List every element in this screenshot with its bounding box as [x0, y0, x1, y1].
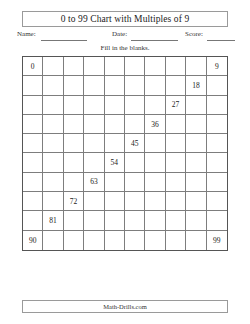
grid-cell-blank[interactable]: [207, 134, 227, 153]
grid-cell-blank[interactable]: [84, 231, 104, 250]
grid-cell-given: 90: [23, 231, 43, 250]
grid-cell-blank[interactable]: [84, 57, 104, 76]
grid-cell-blank[interactable]: [125, 211, 145, 230]
grid-cell-blank[interactable]: [43, 173, 63, 192]
grid-cell-blank[interactable]: [43, 231, 63, 250]
grid-cell-blank[interactable]: [207, 76, 227, 95]
grid-cell-blank[interactable]: [166, 173, 186, 192]
grid-cell-blank[interactable]: [166, 192, 186, 211]
grid-cell-blank[interactable]: [64, 115, 84, 134]
grid-cell-blank[interactable]: [23, 115, 43, 134]
grid-cell-blank[interactable]: [64, 96, 84, 115]
grid-cell-given: 72: [64, 192, 84, 211]
grid-cell-blank[interactable]: [84, 211, 104, 230]
grid-cell-blank[interactable]: [125, 57, 145, 76]
grid-cell-given: 63: [84, 173, 104, 192]
grid-cell-blank[interactable]: [43, 76, 63, 95]
grid-cell-blank[interactable]: [84, 76, 104, 95]
grid-cell-blank[interactable]: [207, 115, 227, 134]
grid-cell-blank[interactable]: [64, 173, 84, 192]
grid-cell-blank[interactable]: [166, 134, 186, 153]
grid-cell-blank[interactable]: [105, 134, 125, 153]
grid-cell-blank[interactable]: [166, 231, 186, 250]
footer-text: Math-Drills.com: [103, 303, 147, 310]
grid-cell-blank[interactable]: [125, 173, 145, 192]
grid-cell-blank[interactable]: [23, 134, 43, 153]
grid-cell-blank[interactable]: [186, 192, 206, 211]
grid-cell-given: 81: [43, 211, 63, 230]
grid-cell-blank[interactable]: [105, 173, 125, 192]
footer-box: Math-Drills.com: [22, 300, 228, 313]
grid-cell-blank[interactable]: [43, 115, 63, 134]
grid-cell-blank[interactable]: [186, 96, 206, 115]
grid-cell-blank[interactable]: [23, 153, 43, 172]
grid-cell-blank[interactable]: [166, 76, 186, 95]
page-title: 0 to 99 Chart with Multiples of 9: [61, 14, 190, 24]
grid-cell-blank[interactable]: [43, 134, 63, 153]
grid-cell-blank[interactable]: [186, 115, 206, 134]
grid-cell-blank[interactable]: [207, 96, 227, 115]
grid-cell-blank[interactable]: [23, 192, 43, 211]
grid-cell-blank[interactable]: [207, 211, 227, 230]
grid-cell-blank[interactable]: [84, 115, 104, 134]
grid-cell-blank[interactable]: [84, 192, 104, 211]
grid-cell-blank[interactable]: [64, 211, 84, 230]
grid-cell-blank[interactable]: [64, 76, 84, 95]
grid-cell-blank[interactable]: [43, 57, 63, 76]
grid-cell-given: 54: [105, 153, 125, 172]
grid-cell-blank[interactable]: [125, 115, 145, 134]
grid-cell-blank[interactable]: [105, 231, 125, 250]
name-input-line[interactable]: [41, 33, 87, 41]
grid-cell-blank[interactable]: [64, 134, 84, 153]
grid-cell-blank[interactable]: [105, 192, 125, 211]
grid-cell-blank[interactable]: [207, 153, 227, 172]
grid-cell-given: 0: [23, 57, 43, 76]
grid-cell-blank[interactable]: [64, 57, 84, 76]
grid-cell-given: 45: [125, 134, 145, 153]
grid-cell-blank[interactable]: [186, 57, 206, 76]
grid-cell-blank[interactable]: [84, 153, 104, 172]
chart-grid: 0918273645546372819099: [22, 56, 228, 251]
grid-cell-blank[interactable]: [43, 96, 63, 115]
grid-cell-given: 99: [207, 231, 227, 250]
name-label: Name:: [17, 30, 36, 38]
date-input-line[interactable]: [131, 33, 178, 41]
title-box: 0 to 99 Chart with Multiples of 9: [22, 11, 228, 27]
grid-cell-blank[interactable]: [125, 96, 145, 115]
grid-cell-blank[interactable]: [105, 76, 125, 95]
grid-cell-blank[interactable]: [145, 153, 165, 172]
grid-cell-blank[interactable]: [207, 173, 227, 192]
grid-cell-given: 18: [186, 76, 206, 95]
grid-cell-blank[interactable]: [43, 192, 63, 211]
grid-cell-blank[interactable]: [186, 173, 206, 192]
grid-cell-blank[interactable]: [23, 76, 43, 95]
grid-cell-blank[interactable]: [145, 231, 165, 250]
grid-cell-blank[interactable]: [23, 211, 43, 230]
grid-cell-blank[interactable]: [186, 153, 206, 172]
grid-cell-blank[interactable]: [105, 115, 125, 134]
grid-cell-blank[interactable]: [166, 211, 186, 230]
grid-cell-blank[interactable]: [186, 211, 206, 230]
grid-cell-blank[interactable]: [105, 96, 125, 115]
grid-cell-blank[interactable]: [105, 211, 125, 230]
grid-cell-blank[interactable]: [145, 192, 165, 211]
grid-cell-blank[interactable]: [84, 96, 104, 115]
grid-cell-blank[interactable]: [166, 57, 186, 76]
grid-cell-blank[interactable]: [125, 192, 145, 211]
grid-cell-blank[interactable]: [145, 57, 165, 76]
grid-cell-blank[interactable]: [145, 134, 165, 153]
grid-cell-given: 27: [166, 96, 186, 115]
grid-cell-given: 36: [145, 115, 165, 134]
grid-cell-blank[interactable]: [84, 134, 104, 153]
grid-cell-blank[interactable]: [166, 115, 186, 134]
grid-cell-blank[interactable]: [186, 134, 206, 153]
date-label: Date:: [112, 30, 127, 38]
grid-cell-blank[interactable]: [145, 211, 165, 230]
grid-cell-blank[interactable]: [145, 96, 165, 115]
grid-cell-blank[interactable]: [64, 231, 84, 250]
grid-cell-blank[interactable]: [145, 173, 165, 192]
instruction-text: Fill in the blanks.: [0, 44, 250, 52]
grid-cell-blank[interactable]: [64, 153, 84, 172]
grid-cell-given: 9: [207, 57, 227, 76]
grid-cell-blank[interactable]: [125, 76, 145, 95]
score-label: Score:: [185, 30, 203, 38]
grid-cell-blank[interactable]: [23, 96, 43, 115]
grid-cell-blank[interactable]: [166, 153, 186, 172]
grid-cell-blank[interactable]: [207, 192, 227, 211]
grid-cell-blank[interactable]: [125, 153, 145, 172]
grid-cell-blank[interactable]: [145, 76, 165, 95]
grid-cell-blank[interactable]: [125, 231, 145, 250]
grid-cell-blank[interactable]: [105, 57, 125, 76]
score-input-line[interactable]: [207, 33, 235, 41]
grid-cell-blank[interactable]: [186, 231, 206, 250]
grid-cell-blank[interactable]: [23, 173, 43, 192]
grid-cell-blank[interactable]: [43, 153, 63, 172]
